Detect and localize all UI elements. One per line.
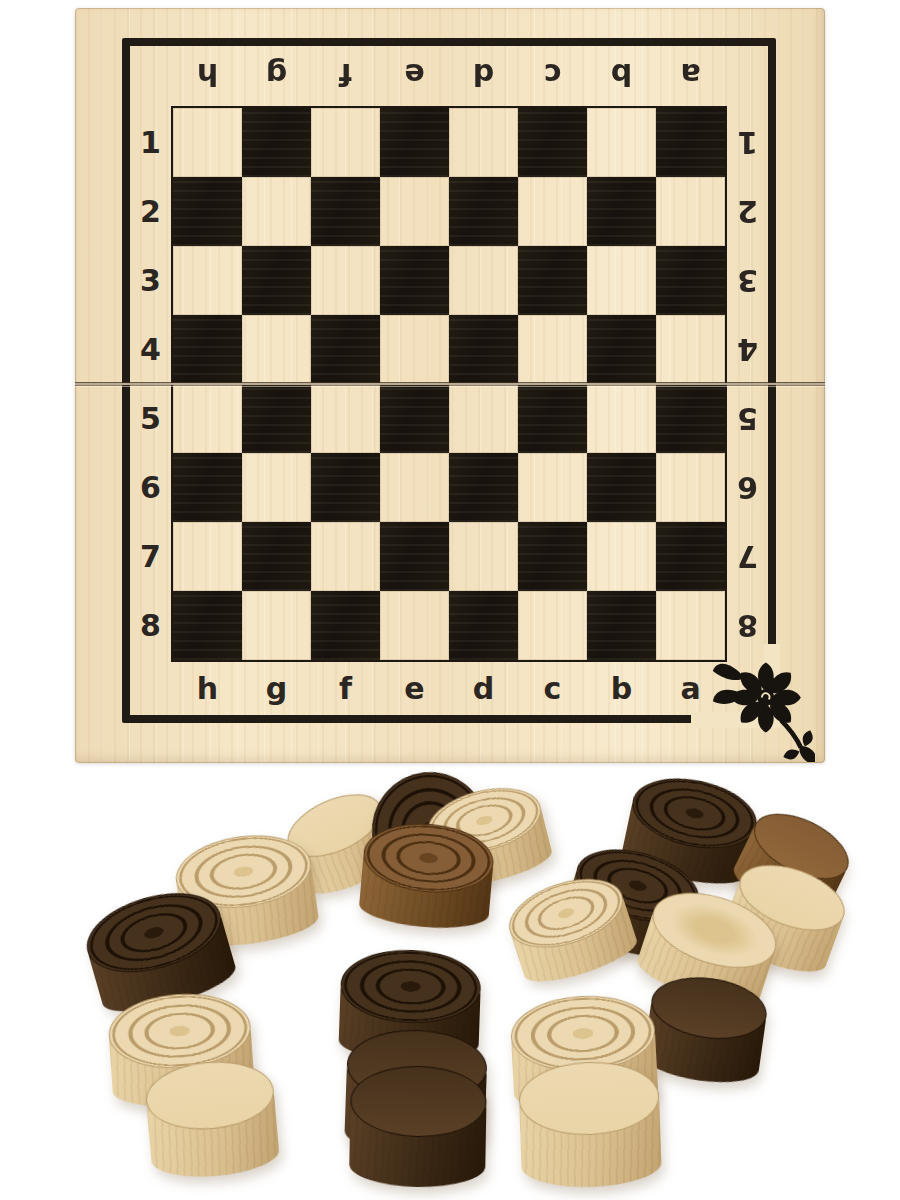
rank-left-label-3: 3 (128, 246, 173, 315)
floral-corner-ornament-icon (711, 650, 815, 762)
draughts-piece-brown[interactable] (358, 819, 496, 933)
rank-right-label-6: 6 (725, 453, 770, 522)
checkers-board: hgfedcba hgfedcba 12345678 12345678 (75, 8, 825, 763)
rank-left-label-5: 5 (128, 384, 173, 453)
file-bottom-label-d: d (449, 662, 518, 714)
file-labels-bottom: hgfedcba (173, 662, 725, 714)
file-top-label-g: g (242, 44, 311, 106)
rank-left-label-2: 2 (128, 177, 173, 246)
file-top-label-f: f (311, 44, 380, 106)
rank-left-label-6: 6 (128, 453, 173, 522)
file-top-label-b: b (587, 44, 656, 106)
file-bottom-label-f: f (311, 662, 380, 714)
file-bottom-label-e: e (380, 662, 449, 714)
rank-right-label-5: 5 (725, 384, 770, 453)
board-hinge-seam (75, 382, 825, 387)
file-top-label-h: h (173, 44, 242, 106)
file-labels-top: hgfedcba (173, 44, 725, 106)
rank-left-label-1: 1 (128, 108, 173, 177)
rank-right-label-7: 7 (725, 522, 770, 591)
rank-right-label-2: 2 (725, 177, 770, 246)
file-top-label-e: e (380, 44, 449, 106)
file-top-label-c: c (518, 44, 587, 106)
file-bottom-label-h: h (173, 662, 242, 714)
file-bottom-label-c: c (518, 662, 587, 714)
rank-right-label-1: 1 (725, 108, 770, 177)
rank-right-label-4: 4 (725, 315, 770, 384)
draughts-piece-dark[interactable] (349, 1065, 487, 1188)
rank-left-label-7: 7 (128, 522, 173, 591)
file-top-label-a: a (656, 44, 725, 106)
rank-left-label-4: 4 (128, 315, 173, 384)
file-bottom-label-b: b (587, 662, 656, 714)
product-photo-scene: hgfedcba hgfedcba 12345678 12345678 (0, 0, 900, 1200)
draughts-piece-light[interactable] (518, 1060, 662, 1190)
draughts-piece-dark[interactable] (641, 970, 770, 1088)
file-top-label-d: d (449, 44, 518, 106)
file-bottom-label-g: g (242, 662, 311, 714)
rank-right-label-3: 3 (725, 246, 770, 315)
rank-left-label-8: 8 (128, 591, 173, 660)
draughts-piece-light[interactable] (143, 1057, 280, 1182)
board-frame-line (122, 38, 776, 723)
